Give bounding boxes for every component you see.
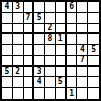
cell-r4c6[interactable]: 1 bbox=[56, 34, 67, 45]
given-digit: 2 bbox=[15, 68, 20, 76]
cell-r5c3[interactable] bbox=[24, 45, 35, 56]
cell-r4c3[interactable] bbox=[24, 34, 35, 45]
cell-r2c3[interactable]: 7 bbox=[24, 13, 35, 24]
cell-r2c5[interactable] bbox=[45, 13, 56, 24]
cell-r8c5[interactable] bbox=[45, 77, 56, 88]
cell-r5c5[interactable] bbox=[45, 45, 56, 56]
cell-r7c4[interactable]: 3 bbox=[34, 67, 45, 78]
given-digit: 4 bbox=[80, 46, 85, 54]
cell-r1c7[interactable]: 6 bbox=[67, 2, 78, 13]
cell-r2c8[interactable] bbox=[77, 13, 88, 24]
cell-r3c1[interactable] bbox=[2, 24, 13, 35]
given-digit: 5 bbox=[58, 78, 63, 86]
cell-r8c7[interactable] bbox=[67, 77, 78, 88]
given-digit: 3 bbox=[37, 68, 42, 76]
given-digit: 4 bbox=[37, 78, 42, 86]
cell-r6c8[interactable]: 7 bbox=[77, 56, 88, 67]
cell-r3c4[interactable] bbox=[34, 24, 45, 35]
cell-r8c9[interactable] bbox=[88, 77, 99, 88]
cell-r3c6[interactable] bbox=[56, 24, 67, 35]
cell-r1c4[interactable] bbox=[34, 2, 45, 13]
cell-r1c6[interactable] bbox=[56, 2, 67, 13]
cell-r1c8[interactable] bbox=[77, 2, 88, 13]
cell-r7c8[interactable] bbox=[77, 67, 88, 78]
cell-r5c8[interactable]: 4 bbox=[77, 45, 88, 56]
cell-r1c5[interactable] bbox=[45, 2, 56, 13]
given-digit: 5 bbox=[4, 68, 9, 76]
given-digit: 4 bbox=[4, 3, 9, 11]
cell-r4c8[interactable] bbox=[77, 34, 88, 45]
cell-r9c2[interactable] bbox=[13, 88, 24, 99]
cell-r7c5[interactable] bbox=[45, 67, 56, 78]
cell-r8c6[interactable]: 5 bbox=[56, 77, 67, 88]
cell-r5c6[interactable] bbox=[56, 45, 67, 56]
cell-r3c9[interactable] bbox=[88, 24, 99, 35]
cell-r2c2[interactable] bbox=[13, 13, 24, 24]
cell-r5c1[interactable] bbox=[2, 45, 13, 56]
given-digit: 5 bbox=[91, 46, 96, 54]
given-digit: 8 bbox=[48, 35, 53, 43]
cell-r7c9[interactable] bbox=[88, 67, 99, 78]
cell-r9c3[interactable] bbox=[24, 88, 35, 99]
given-digit: 1 bbox=[69, 90, 74, 98]
cell-r8c4[interactable]: 4 bbox=[34, 77, 45, 88]
cell-r7c3[interactable] bbox=[24, 67, 35, 78]
given-digit: 5 bbox=[37, 14, 42, 22]
cell-r8c2[interactable] bbox=[13, 77, 24, 88]
cell-r4c4[interactable] bbox=[34, 34, 45, 45]
cell-r3c8[interactable] bbox=[77, 24, 88, 35]
cell-r6c2[interactable] bbox=[13, 56, 24, 67]
cell-r6c1[interactable] bbox=[2, 56, 13, 67]
cell-r3c5[interactable]: 2 bbox=[45, 24, 56, 35]
cell-r9c7[interactable]: 1 bbox=[67, 88, 78, 99]
cell-r8c8[interactable] bbox=[77, 77, 88, 88]
sudoku-board: 43675281457523451 bbox=[0, 0, 101, 101]
cell-r3c2[interactable] bbox=[13, 24, 24, 35]
cell-r5c9[interactable]: 5 bbox=[88, 45, 99, 56]
cell-r5c2[interactable] bbox=[13, 45, 24, 56]
cell-r1c2[interactable]: 3 bbox=[13, 2, 24, 13]
given-digit: 7 bbox=[80, 56, 85, 64]
cell-r7c6[interactable] bbox=[56, 67, 67, 78]
cell-r9c6[interactable] bbox=[56, 88, 67, 99]
cell-r9c5[interactable] bbox=[45, 88, 56, 99]
cell-r6c6[interactable] bbox=[56, 56, 67, 67]
given-digit: 7 bbox=[26, 14, 31, 22]
cell-r4c1[interactable] bbox=[2, 34, 13, 45]
cell-r2c7[interactable] bbox=[67, 13, 78, 24]
cell-r9c1[interactable] bbox=[2, 88, 13, 99]
cell-r7c7[interactable] bbox=[67, 67, 78, 78]
cell-r6c9[interactable] bbox=[88, 56, 99, 67]
given-digit: 2 bbox=[48, 24, 53, 32]
cell-r4c7[interactable] bbox=[67, 34, 78, 45]
given-digit: 3 bbox=[15, 3, 20, 11]
cell-r5c7[interactable] bbox=[67, 45, 78, 56]
cell-r9c8[interactable] bbox=[77, 88, 88, 99]
cell-r3c3[interactable] bbox=[24, 24, 35, 35]
cell-r2c4[interactable]: 5 bbox=[34, 13, 45, 24]
given-digit: 6 bbox=[69, 3, 74, 11]
cell-r4c5[interactable]: 8 bbox=[45, 34, 56, 45]
cell-r4c9[interactable] bbox=[88, 34, 99, 45]
cell-r6c4[interactable] bbox=[34, 56, 45, 67]
cell-r2c6[interactable] bbox=[56, 13, 67, 24]
cell-r6c3[interactable] bbox=[24, 56, 35, 67]
cell-r7c2[interactable]: 2 bbox=[13, 67, 24, 78]
given-digit: 1 bbox=[58, 35, 63, 43]
cell-r1c1[interactable]: 4 bbox=[2, 2, 13, 13]
cell-r5c4[interactable] bbox=[34, 45, 45, 56]
cell-r8c3[interactable] bbox=[24, 77, 35, 88]
cell-r8c1[interactable] bbox=[2, 77, 13, 88]
cell-r7c1[interactable]: 5 bbox=[2, 67, 13, 78]
cell-r6c5[interactable] bbox=[45, 56, 56, 67]
cell-r2c9[interactable] bbox=[88, 13, 99, 24]
cell-r3c7[interactable] bbox=[67, 24, 78, 35]
cell-r9c9[interactable] bbox=[88, 88, 99, 99]
cell-r9c4[interactable] bbox=[34, 88, 45, 99]
cell-r2c1[interactable] bbox=[2, 13, 13, 24]
cell-r1c3[interactable] bbox=[24, 2, 35, 13]
cell-r6c7[interactable] bbox=[67, 56, 78, 67]
cell-r4c2[interactable] bbox=[13, 34, 24, 45]
cell-r1c9[interactable] bbox=[88, 2, 99, 13]
